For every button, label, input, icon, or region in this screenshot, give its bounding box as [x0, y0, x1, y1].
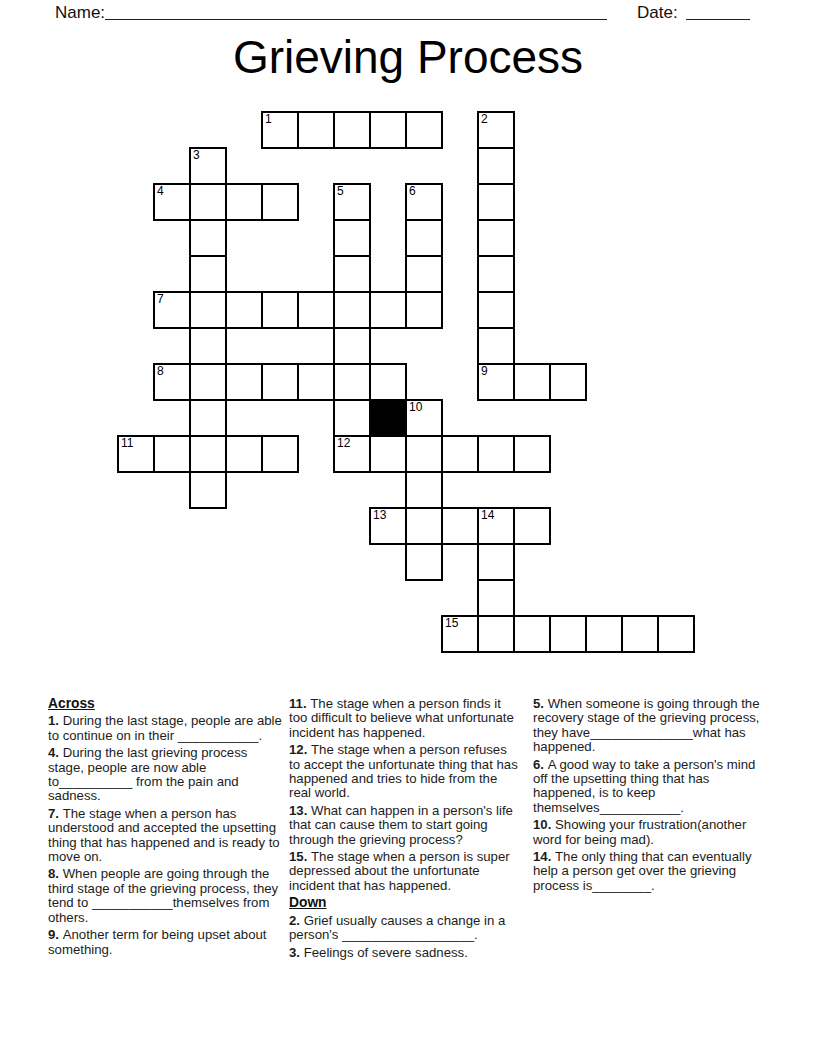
- grid-cell[interactable]: [477, 435, 515, 473]
- grid-cell[interactable]: [369, 111, 407, 149]
- grid-cell[interactable]: [189, 399, 227, 437]
- clue-num: 12.: [289, 742, 311, 757]
- grid-cell[interactable]: [333, 111, 371, 149]
- grid-cell[interactable]: [513, 615, 551, 653]
- clue-number: 13: [373, 509, 386, 522]
- down-heading: Down: [289, 896, 521, 910]
- grid-cell[interactable]: [333, 255, 371, 293]
- grid-cell[interactable]: [477, 219, 515, 257]
- clue-column-3: 5. When someone is going through the rec…: [533, 697, 765, 896]
- crossword-grid: 123456789101112131415: [117, 111, 695, 653]
- grid-cell[interactable]: [477, 255, 515, 293]
- grid-cell[interactable]: 13: [369, 507, 407, 545]
- grid-cell[interactable]: [477, 615, 515, 653]
- grid-cell[interactable]: [189, 183, 227, 221]
- clue-column-1: Across1. During the last stage, people a…: [48, 697, 286, 960]
- clue-num: 13.: [289, 803, 311, 818]
- clue-num: 14.: [533, 849, 555, 864]
- grid-cell[interactable]: 5: [333, 183, 371, 221]
- clue-number: 3: [193, 149, 200, 162]
- clue-number: 10: [409, 401, 422, 414]
- grid-cell[interactable]: [477, 579, 515, 617]
- grid-cell[interactable]: [477, 147, 515, 185]
- grid-cell[interactable]: [189, 471, 227, 509]
- grid-cell[interactable]: 8: [153, 363, 191, 401]
- clue-item-a11: 11. The stage when a person finds it too…: [289, 697, 521, 740]
- across-heading: Across: [48, 697, 286, 711]
- grid-cell[interactable]: [369, 363, 407, 401]
- name-blank-line[interactable]: [105, 4, 607, 20]
- grid-cell[interactable]: [225, 363, 263, 401]
- grid-cell[interactable]: 3: [189, 147, 227, 185]
- clue-number: 9: [481, 365, 488, 378]
- grid-cell[interactable]: [621, 615, 659, 653]
- grid-cell[interactable]: [333, 219, 371, 257]
- grid-cell[interactable]: [549, 363, 587, 401]
- clue-item-a4: 4. During the last grieving process stag…: [48, 746, 286, 804]
- clue-item-a13: 13. What can happen in a person's life t…: [289, 804, 521, 847]
- grid-cell[interactable]: [153, 435, 191, 473]
- grid-cell[interactable]: [333, 363, 371, 401]
- clue-num: 3.: [289, 945, 304, 960]
- grid-cell[interactable]: 10: [405, 399, 443, 437]
- grid-cell[interactable]: [513, 363, 551, 401]
- date-label: Date:: [637, 3, 678, 23]
- grid-cell[interactable]: [405, 111, 443, 149]
- grid-cell[interactable]: 9: [477, 363, 515, 401]
- grid-cell[interactable]: [333, 327, 371, 365]
- grid-cell[interactable]: [189, 219, 227, 257]
- clue-num: 9.: [48, 927, 63, 942]
- grid-cell[interactable]: [369, 435, 407, 473]
- grid-cell[interactable]: 12: [333, 435, 371, 473]
- clue-num: 11.: [289, 696, 310, 711]
- worksheet-page: Name: Date: Grieving Process 12345678910…: [0, 0, 816, 1056]
- clue-number: 12: [337, 437, 350, 450]
- grid-cell[interactable]: [405, 471, 443, 509]
- grid-cell[interactable]: 11: [117, 435, 155, 473]
- clue-number: 8: [157, 365, 164, 378]
- clue-item-a1: 1. During the last stage, people are abl…: [48, 714, 286, 743]
- grid-cell[interactable]: 4: [153, 183, 191, 221]
- grid-cell[interactable]: [441, 507, 479, 545]
- clue-num: 2.: [289, 913, 304, 928]
- clue-item-a15: 15. The stage when a person is super dep…: [289, 850, 521, 893]
- grid-cell[interactable]: [441, 435, 479, 473]
- grid-cell[interactable]: [549, 615, 587, 653]
- clue-item-d6: 6. A good way to take a person's mind of…: [533, 758, 765, 816]
- grid-cell[interactable]: [657, 615, 695, 653]
- clue-item-a7: 7. The stage when a person has understoo…: [48, 807, 286, 865]
- grid-cell[interactable]: [261, 363, 299, 401]
- clue-number: 15: [445, 617, 458, 630]
- grid-cell[interactable]: [477, 327, 515, 365]
- clue-number: 1: [265, 113, 272, 126]
- grid-cell[interactable]: [189, 435, 227, 473]
- clue-item-d2: 2. Grief usually causes a change in a pe…: [289, 914, 521, 943]
- clue-item-d3: 3. Feelings of severe sadness.: [289, 946, 521, 960]
- black-cell: [369, 399, 407, 437]
- grid-cell[interactable]: [513, 507, 551, 545]
- grid-cell[interactable]: 2: [477, 111, 515, 149]
- clue-item-a8: 8. When people are going through the thi…: [48, 867, 286, 925]
- grid-cell[interactable]: [333, 399, 371, 437]
- grid-cell[interactable]: [261, 291, 299, 329]
- grid-cell[interactable]: [189, 327, 227, 365]
- date-blank-line[interactable]: [686, 4, 750, 20]
- clue-num: 7.: [48, 806, 63, 821]
- clue-num: 5.: [533, 696, 548, 711]
- clue-number: 14: [481, 509, 494, 522]
- clue-item-a9: 9. Another term for being upset about so…: [48, 928, 286, 957]
- clue-number: 7: [157, 293, 164, 306]
- grid-cell[interactable]: [477, 183, 515, 221]
- grid-cell[interactable]: 1: [261, 111, 299, 149]
- clue-item-d14: 14. The only thing that can eventually h…: [533, 850, 765, 893]
- clue-num: 1.: [48, 713, 63, 728]
- clue-item-d5: 5. When someone is going through the rec…: [533, 697, 765, 755]
- clue-number: 2: [481, 113, 488, 126]
- grid-cell[interactable]: [189, 291, 227, 329]
- clue-num: 10.: [533, 817, 555, 832]
- grid-cell[interactable]: [189, 255, 227, 293]
- grid-cell[interactable]: [297, 111, 335, 149]
- clue-number: 11: [121, 437, 133, 450]
- grid-cell[interactable]: [261, 183, 299, 221]
- grid-cell[interactable]: [225, 291, 263, 329]
- clue-number: 5: [337, 185, 344, 198]
- clue-item-d10: 10. Showing your frustration(another wor…: [533, 818, 765, 847]
- grid-cell[interactable]: [297, 363, 335, 401]
- grid-cell[interactable]: [477, 291, 515, 329]
- grid-cell[interactable]: [405, 435, 443, 473]
- clue-num: 15.: [289, 849, 311, 864]
- grid-cell[interactable]: [405, 255, 443, 293]
- grid-cell[interactable]: [189, 363, 227, 401]
- clue-column-2: 11. The stage when a person finds it too…: [289, 697, 521, 963]
- clue-number: 4: [157, 185, 164, 198]
- grid-cell[interactable]: [333, 291, 371, 329]
- grid-cell[interactable]: [405, 291, 443, 329]
- grid-cell[interactable]: 15: [441, 615, 479, 653]
- clue-number: 6: [409, 185, 416, 198]
- clue-num: 4.: [48, 745, 63, 760]
- grid-cell[interactable]: [477, 543, 515, 581]
- grid-cell[interactable]: 6: [405, 183, 443, 221]
- puzzle-title: Grieving Process: [0, 32, 816, 83]
- grid-cell[interactable]: [513, 435, 551, 473]
- grid-cell[interactable]: [369, 291, 407, 329]
- grid-cell[interactable]: [225, 435, 263, 473]
- grid-cell[interactable]: 7: [153, 291, 191, 329]
- grid-cell[interactable]: 14: [477, 507, 515, 545]
- name-label: Name:: [55, 3, 105, 23]
- clue-num: 8.: [48, 866, 63, 881]
- grid-cell[interactable]: [405, 543, 443, 581]
- grid-cell[interactable]: [261, 435, 299, 473]
- grid-cell[interactable]: [585, 615, 623, 653]
- grid-cell[interactable]: [405, 219, 443, 257]
- clue-item-a12: 12. The stage when a person refuses to a…: [289, 743, 521, 801]
- grid-cell[interactable]: [405, 507, 443, 545]
- clue-num: 6.: [533, 757, 548, 772]
- grid-cell[interactable]: [225, 183, 263, 221]
- grid-cell[interactable]: [297, 291, 335, 329]
